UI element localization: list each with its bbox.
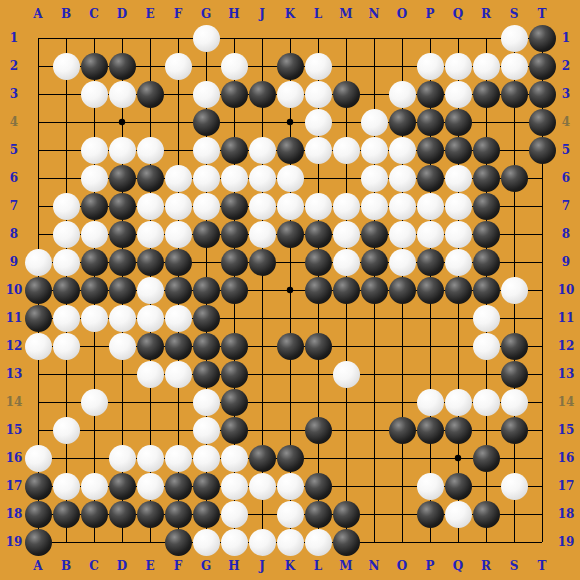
col-label-bottom-J: J xyxy=(259,560,265,572)
stone-white-D5 xyxy=(109,137,136,164)
col-label-top-D: D xyxy=(117,8,127,20)
stone-black-C2 xyxy=(81,53,108,80)
col-label-bottom-T: T xyxy=(538,560,547,572)
stone-white-D12 xyxy=(109,333,136,360)
stone-black-H14 xyxy=(221,389,248,416)
stone-white-M8 xyxy=(333,221,360,248)
stone-black-R16 xyxy=(473,445,500,472)
stone-white-E7 xyxy=(137,193,164,220)
stone-white-K17 xyxy=(277,473,304,500)
stone-white-L2 xyxy=(305,53,332,80)
stone-black-A19 xyxy=(25,529,52,556)
stone-black-J16 xyxy=(249,445,276,472)
row-label-right-12: 12 xyxy=(558,340,575,352)
stone-white-E10 xyxy=(137,277,164,304)
stone-white-K3 xyxy=(277,81,304,108)
stone-black-O10 xyxy=(389,277,416,304)
stone-black-H12 xyxy=(221,333,248,360)
stone-black-T2 xyxy=(529,53,556,80)
stone-black-R18 xyxy=(473,501,500,528)
stone-black-R3 xyxy=(473,81,500,108)
row-label-right-17: 17 xyxy=(558,480,575,492)
stone-white-B2 xyxy=(53,53,80,80)
col-label-bottom-N: N xyxy=(369,560,380,572)
col-label-bottom-D: D xyxy=(117,560,127,572)
stone-white-E17 xyxy=(137,473,164,500)
stone-black-O4 xyxy=(389,109,416,136)
stone-white-R11 xyxy=(473,305,500,332)
col-label-bottom-P: P xyxy=(425,560,434,572)
stone-black-R8 xyxy=(473,221,500,248)
row-label-left-9: 9 xyxy=(10,256,18,268)
row-label-left-10: 10 xyxy=(6,284,23,296)
stone-black-S6 xyxy=(501,165,528,192)
stone-black-A18 xyxy=(25,501,52,528)
stone-white-R2 xyxy=(473,53,500,80)
stone-black-H9 xyxy=(221,249,248,276)
row-label-right-6: 6 xyxy=(562,172,570,184)
stone-white-O7 xyxy=(389,193,416,220)
row-label-right-9: 9 xyxy=(562,256,570,268)
stone-white-F6 xyxy=(165,165,192,192)
col-label-top-F: F xyxy=(174,8,183,20)
row-label-left-12: 12 xyxy=(6,340,23,352)
stone-black-S3 xyxy=(501,81,528,108)
stone-white-E13 xyxy=(137,361,164,388)
col-label-top-M: M xyxy=(339,8,352,20)
stone-white-B9 xyxy=(53,249,80,276)
stone-white-G15 xyxy=(193,417,220,444)
stone-black-H15 xyxy=(221,417,248,444)
stone-black-H3 xyxy=(221,81,248,108)
stone-white-N7 xyxy=(361,193,388,220)
stone-black-H10 xyxy=(221,277,248,304)
stone-black-D18 xyxy=(109,501,136,528)
star-point-K10 xyxy=(287,287,293,293)
stone-white-Q7 xyxy=(445,193,472,220)
stone-white-L3 xyxy=(305,81,332,108)
stone-white-B11 xyxy=(53,305,80,332)
stone-white-A9 xyxy=(25,249,52,276)
stone-white-E8 xyxy=(137,221,164,248)
stone-black-H7 xyxy=(221,193,248,220)
stone-black-H13 xyxy=(221,361,248,388)
stone-white-B17 xyxy=(53,473,80,500)
stone-black-P10 xyxy=(417,277,444,304)
stone-white-S2 xyxy=(501,53,528,80)
stone-white-N6 xyxy=(361,165,388,192)
row-label-right-10: 10 xyxy=(558,284,575,296)
stone-white-J6 xyxy=(249,165,276,192)
star-point-Q16 xyxy=(455,455,461,461)
stone-black-K8 xyxy=(277,221,304,248)
stone-black-R10 xyxy=(473,277,500,304)
stone-white-M13 xyxy=(333,361,360,388)
stone-black-D8 xyxy=(109,221,136,248)
stone-black-Q4 xyxy=(445,109,472,136)
row-label-right-13: 13 xyxy=(558,368,575,380)
col-label-top-E: E xyxy=(145,8,154,20)
stone-black-D17 xyxy=(109,473,136,500)
col-label-bottom-Q: Q xyxy=(453,560,463,572)
stone-white-L4 xyxy=(305,109,332,136)
stone-white-F16 xyxy=(165,445,192,472)
row-label-right-16: 16 xyxy=(558,452,575,464)
row-label-right-14: 14 xyxy=(558,396,575,408)
col-label-bottom-A: A xyxy=(33,560,42,572)
stone-white-A12 xyxy=(25,333,52,360)
col-label-top-C: C xyxy=(89,8,99,20)
row-label-left-7: 7 xyxy=(10,200,18,212)
stone-white-G3 xyxy=(193,81,220,108)
col-label-top-A: A xyxy=(33,8,42,20)
stone-white-O9 xyxy=(389,249,416,276)
stone-black-D6 xyxy=(109,165,136,192)
stone-white-O8 xyxy=(389,221,416,248)
col-label-bottom-R: R xyxy=(481,560,491,572)
stone-white-S14 xyxy=(501,389,528,416)
stone-black-R6 xyxy=(473,165,500,192)
stone-white-K7 xyxy=(277,193,304,220)
stone-white-D3 xyxy=(109,81,136,108)
stone-white-J17 xyxy=(249,473,276,500)
stone-black-G4 xyxy=(193,109,220,136)
stone-black-T4 xyxy=(529,109,556,136)
stone-black-D7 xyxy=(109,193,136,220)
row-label-left-6: 6 xyxy=(10,172,18,184)
stone-black-F17 xyxy=(165,473,192,500)
row-label-left-11: 11 xyxy=(6,312,23,324)
stone-black-G12 xyxy=(193,333,220,360)
stone-white-C5 xyxy=(81,137,108,164)
stone-white-K6 xyxy=(277,165,304,192)
col-label-top-J: J xyxy=(259,8,265,20)
stone-black-G11 xyxy=(193,305,220,332)
stone-black-M18 xyxy=(333,501,360,528)
stone-white-P2 xyxy=(417,53,444,80)
col-label-top-K: K xyxy=(285,8,295,20)
stone-white-G14 xyxy=(193,389,220,416)
stone-black-E6 xyxy=(137,165,164,192)
stone-white-P8 xyxy=(417,221,444,248)
stone-white-J5 xyxy=(249,137,276,164)
stone-white-J19 xyxy=(249,529,276,556)
stone-white-B8 xyxy=(53,221,80,248)
stone-black-E3 xyxy=(137,81,164,108)
col-label-top-Q: Q xyxy=(453,8,463,20)
stone-white-G1 xyxy=(193,25,220,52)
row-label-right-19: 19 xyxy=(558,536,575,548)
row-label-left-1: 1 xyxy=(10,32,18,44)
stone-white-G16 xyxy=(193,445,220,472)
stone-black-T5 xyxy=(529,137,556,164)
col-label-bottom-E: E xyxy=(145,560,154,572)
stone-black-L10 xyxy=(305,277,332,304)
stone-white-H19 xyxy=(221,529,248,556)
stone-black-D9 xyxy=(109,249,136,276)
stone-black-F19 xyxy=(165,529,192,556)
stone-white-C3 xyxy=(81,81,108,108)
stone-white-N5 xyxy=(361,137,388,164)
row-label-left-13: 13 xyxy=(6,368,23,380)
stone-black-C10 xyxy=(81,277,108,304)
stone-white-Q2 xyxy=(445,53,472,80)
row-label-left-19: 19 xyxy=(6,536,23,548)
stone-black-C7 xyxy=(81,193,108,220)
stone-black-N9 xyxy=(361,249,388,276)
stone-white-L5 xyxy=(305,137,332,164)
stone-black-G8 xyxy=(193,221,220,248)
stone-white-L19 xyxy=(305,529,332,556)
stone-black-R7 xyxy=(473,193,500,220)
stone-white-F13 xyxy=(165,361,192,388)
stone-black-K5 xyxy=(277,137,304,164)
stone-black-L15 xyxy=(305,417,332,444)
stone-black-S15 xyxy=(501,417,528,444)
col-label-top-N: N xyxy=(369,8,380,20)
col-label-bottom-C: C xyxy=(89,560,99,572)
stone-white-H16 xyxy=(221,445,248,472)
stone-white-R12 xyxy=(473,333,500,360)
stone-white-P17 xyxy=(417,473,444,500)
stone-white-M5 xyxy=(333,137,360,164)
stone-black-A11 xyxy=(25,305,52,332)
stone-white-G7 xyxy=(193,193,220,220)
row-label-left-5: 5 xyxy=(10,144,18,156)
col-label-bottom-B: B xyxy=(61,560,71,572)
stone-black-S13 xyxy=(501,361,528,388)
stone-white-C17 xyxy=(81,473,108,500)
stone-white-O3 xyxy=(389,81,416,108)
stone-black-G13 xyxy=(193,361,220,388)
stone-black-E9 xyxy=(137,249,164,276)
stone-white-Q9 xyxy=(445,249,472,276)
row-label-right-8: 8 xyxy=(562,228,570,240)
stone-white-K18 xyxy=(277,501,304,528)
stone-white-K19 xyxy=(277,529,304,556)
star-point-K4 xyxy=(287,119,293,125)
stone-white-C6 xyxy=(81,165,108,192)
stone-black-F10 xyxy=(165,277,192,304)
col-label-top-R: R xyxy=(481,8,491,20)
stone-white-C11 xyxy=(81,305,108,332)
stone-white-N4 xyxy=(361,109,388,136)
stone-black-E18 xyxy=(137,501,164,528)
stone-black-D10 xyxy=(109,277,136,304)
stone-white-B15 xyxy=(53,417,80,444)
col-label-bottom-K: K xyxy=(285,560,295,572)
col-label-top-B: B xyxy=(61,8,71,20)
stone-white-Q6 xyxy=(445,165,472,192)
stone-black-B10 xyxy=(53,277,80,304)
stone-black-J3 xyxy=(249,81,276,108)
stone-black-A17 xyxy=(25,473,52,500)
stone-black-C9 xyxy=(81,249,108,276)
stone-white-H18 xyxy=(221,501,248,528)
stone-black-Q15 xyxy=(445,417,472,444)
col-label-bottom-G: G xyxy=(201,560,211,572)
row-label-left-15: 15 xyxy=(6,424,23,436)
col-label-bottom-O: O xyxy=(397,560,407,572)
stone-white-Q18 xyxy=(445,501,472,528)
row-label-left-14: 14 xyxy=(6,396,23,408)
star-point-D4 xyxy=(119,119,125,125)
stone-white-D11 xyxy=(109,305,136,332)
stone-black-Q10 xyxy=(445,277,472,304)
stone-black-K12 xyxy=(277,333,304,360)
stone-white-Q14 xyxy=(445,389,472,416)
stone-black-C18 xyxy=(81,501,108,528)
stone-white-E5 xyxy=(137,137,164,164)
stone-black-H8 xyxy=(221,221,248,248)
stone-black-B18 xyxy=(53,501,80,528)
go-board: AABBCCDDEEFFGGHHJJKKLLMMNNOOPPQQRRSSTT11… xyxy=(0,0,580,580)
stone-white-G6 xyxy=(193,165,220,192)
row-label-right-15: 15 xyxy=(558,424,575,436)
row-label-left-17: 17 xyxy=(6,480,23,492)
stone-white-M7 xyxy=(333,193,360,220)
stone-black-L12 xyxy=(305,333,332,360)
stone-black-K16 xyxy=(277,445,304,472)
stone-white-G5 xyxy=(193,137,220,164)
stone-white-O5 xyxy=(389,137,416,164)
stone-white-R14 xyxy=(473,389,500,416)
row-label-right-2: 2 xyxy=(562,60,570,72)
stone-black-P6 xyxy=(417,165,444,192)
stone-black-P3 xyxy=(417,81,444,108)
col-label-top-H: H xyxy=(228,8,239,20)
stone-black-Q17 xyxy=(445,473,472,500)
row-label-right-5: 5 xyxy=(562,144,570,156)
stone-white-P14 xyxy=(417,389,444,416)
stone-white-S10 xyxy=(501,277,528,304)
row-label-left-4: 4 xyxy=(10,116,18,128)
row-label-right-3: 3 xyxy=(562,88,570,100)
col-label-bottom-M: M xyxy=(339,560,352,572)
stone-black-D2 xyxy=(109,53,136,80)
stone-black-P5 xyxy=(417,137,444,164)
stone-white-L7 xyxy=(305,193,332,220)
stone-white-B12 xyxy=(53,333,80,360)
stone-black-M10 xyxy=(333,277,360,304)
stone-black-R9 xyxy=(473,249,500,276)
stone-white-Q8 xyxy=(445,221,472,248)
stone-black-F9 xyxy=(165,249,192,276)
stone-white-E11 xyxy=(137,305,164,332)
stone-black-K2 xyxy=(277,53,304,80)
col-label-bottom-F: F xyxy=(174,560,183,572)
stone-black-M19 xyxy=(333,529,360,556)
row-label-right-7: 7 xyxy=(562,200,570,212)
stone-white-F11 xyxy=(165,305,192,332)
row-label-left-18: 18 xyxy=(6,508,23,520)
stone-black-P4 xyxy=(417,109,444,136)
stone-white-J8 xyxy=(249,221,276,248)
row-label-left-2: 2 xyxy=(10,60,18,72)
stone-white-S17 xyxy=(501,473,528,500)
col-label-bottom-S: S xyxy=(510,560,519,572)
stone-white-Q3 xyxy=(445,81,472,108)
row-label-right-18: 18 xyxy=(558,508,575,520)
col-label-bottom-H: H xyxy=(228,560,239,572)
stone-black-G18 xyxy=(193,501,220,528)
col-label-top-T: T xyxy=(538,8,547,20)
stone-black-S12 xyxy=(501,333,528,360)
stone-black-J9 xyxy=(249,249,276,276)
stone-black-P9 xyxy=(417,249,444,276)
stone-white-E16 xyxy=(137,445,164,472)
stone-black-P18 xyxy=(417,501,444,528)
stone-black-T1 xyxy=(529,25,556,52)
stone-white-D16 xyxy=(109,445,136,472)
row-label-right-4: 4 xyxy=(562,116,570,128)
stone-white-G19 xyxy=(193,529,220,556)
stone-white-H2 xyxy=(221,53,248,80)
stone-black-L18 xyxy=(305,501,332,528)
stone-white-F2 xyxy=(165,53,192,80)
stone-black-A10 xyxy=(25,277,52,304)
stone-white-F8 xyxy=(165,221,192,248)
stone-black-L17 xyxy=(305,473,332,500)
row-label-left-8: 8 xyxy=(10,228,18,240)
stone-black-G17 xyxy=(193,473,220,500)
row-label-left-3: 3 xyxy=(10,88,18,100)
stone-black-G10 xyxy=(193,277,220,304)
stone-black-O15 xyxy=(389,417,416,444)
col-label-top-L: L xyxy=(314,8,322,20)
col-label-top-P: P xyxy=(425,8,434,20)
stone-black-E12 xyxy=(137,333,164,360)
stone-white-C8 xyxy=(81,221,108,248)
stone-white-O6 xyxy=(389,165,416,192)
col-label-top-O: O xyxy=(397,8,407,20)
stone-black-L8 xyxy=(305,221,332,248)
stone-white-P7 xyxy=(417,193,444,220)
col-label-top-G: G xyxy=(201,8,211,20)
stone-white-B7 xyxy=(53,193,80,220)
stone-white-C14 xyxy=(81,389,108,416)
row-label-left-16: 16 xyxy=(6,452,23,464)
stone-white-S1 xyxy=(501,25,528,52)
stone-black-T3 xyxy=(529,81,556,108)
stone-black-L9 xyxy=(305,249,332,276)
stone-white-H6 xyxy=(221,165,248,192)
stone-white-H17 xyxy=(221,473,248,500)
row-label-right-1: 1 xyxy=(562,32,570,44)
stone-black-F18 xyxy=(165,501,192,528)
stone-white-A16 xyxy=(25,445,52,472)
stone-black-P15 xyxy=(417,417,444,444)
stone-black-N10 xyxy=(361,277,388,304)
stone-black-N8 xyxy=(361,221,388,248)
col-label-bottom-L: L xyxy=(314,560,322,572)
stone-white-M9 xyxy=(333,249,360,276)
stone-black-M3 xyxy=(333,81,360,108)
stone-white-J7 xyxy=(249,193,276,220)
stone-black-Q5 xyxy=(445,137,472,164)
row-label-right-11: 11 xyxy=(558,312,575,324)
stone-black-F12 xyxy=(165,333,192,360)
stone-black-R5 xyxy=(473,137,500,164)
col-label-top-S: S xyxy=(510,8,519,20)
stone-white-F7 xyxy=(165,193,192,220)
stone-black-H5 xyxy=(221,137,248,164)
